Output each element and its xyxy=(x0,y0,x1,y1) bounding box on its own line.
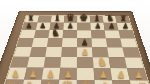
square-d1[interactable]: ♛ xyxy=(58,80,77,84)
square-c3[interactable] xyxy=(44,57,62,68)
square-b5[interactable] xyxy=(32,38,48,47)
square-a2[interactable]: ♟ xyxy=(7,68,27,80)
square-c1[interactable]: ♝ xyxy=(40,80,60,84)
square-d4[interactable] xyxy=(61,47,77,57)
white-king: ♚ xyxy=(77,80,96,84)
black-pawn: ♟ xyxy=(63,23,77,30)
white-pawn: ♟ xyxy=(130,71,148,81)
square-b3[interactable] xyxy=(27,57,45,68)
square-g2[interactable]: ♟ xyxy=(110,68,129,80)
square-e4[interactable]: ♟ xyxy=(77,47,93,57)
square-h1[interactable]: ♜ xyxy=(130,81,150,84)
square-c4[interactable] xyxy=(45,47,62,57)
square-b4[interactable] xyxy=(29,47,46,57)
square-d3[interactable] xyxy=(60,57,77,68)
chess-board: ♜♝♛♚♝♞♜♟♟♟♟♟♟♟♞♟♟♞♟♟♟♟♟♟♟♜♞♝♛♚♝♜ xyxy=(1,15,150,84)
white-pawn: ♟ xyxy=(7,70,25,79)
square-f2[interactable]: ♟ xyxy=(94,68,113,80)
square-d5[interactable] xyxy=(62,38,77,47)
square-h5[interactable] xyxy=(120,39,137,48)
black-bishop: ♝ xyxy=(51,14,64,23)
square-e3[interactable] xyxy=(77,57,94,68)
white-pawn: ♟ xyxy=(112,71,130,81)
white-pawn: ♟ xyxy=(77,49,93,58)
square-d2[interactable]: ♟ xyxy=(59,68,77,80)
white-rook: ♜ xyxy=(2,82,21,84)
white-pawn: ♟ xyxy=(59,71,77,80)
square-f1[interactable]: ♝ xyxy=(94,80,114,84)
black-king: ♚ xyxy=(77,13,90,23)
square-c5[interactable] xyxy=(47,38,63,47)
square-e1[interactable]: ♚ xyxy=(77,80,96,84)
white-knight: ♞ xyxy=(21,81,40,84)
square-e5[interactable]: ♟ xyxy=(77,39,92,48)
square-a5[interactable] xyxy=(17,38,34,47)
white-pawn: ♟ xyxy=(24,70,42,79)
square-c6[interactable]: ♞ xyxy=(48,30,63,38)
perspective-wrapper: ♜♝♛♚♝♞♜♟♟♟♟♟♟♟♞♟♟♞♟♟♟♟♟♟♟♜♞♝♛♚♝♜ xyxy=(0,11,150,84)
black-queen: ♛ xyxy=(64,13,77,23)
square-f3[interactable]: ♞ xyxy=(93,57,110,68)
square-e2[interactable] xyxy=(77,68,95,80)
square-f5[interactable] xyxy=(91,39,107,48)
white-knight: ♞ xyxy=(94,57,111,68)
square-h4[interactable] xyxy=(122,48,140,58)
square-h3[interactable] xyxy=(125,58,144,69)
square-c2[interactable]: ♟ xyxy=(42,68,61,80)
white-pawn: ♟ xyxy=(42,71,60,80)
square-b2[interactable]: ♟ xyxy=(24,68,43,80)
white-bishop: ♝ xyxy=(40,81,59,84)
white-pawn: ♟ xyxy=(94,71,112,81)
square-f4[interactable] xyxy=(92,48,109,58)
board-frame: ♜♝♛♚♝♞♜♟♟♟♟♟♟♟♞♟♟♞♟♟♟♟♟♟♟♜♞♝♛♚♝♜ xyxy=(0,11,150,84)
black-knight: ♞ xyxy=(48,29,62,39)
white-rook: ♜ xyxy=(133,83,150,84)
square-a1[interactable]: ♜ xyxy=(2,80,24,84)
white-queen: ♛ xyxy=(58,80,77,84)
square-b1[interactable]: ♞ xyxy=(21,80,42,84)
square-h2[interactable]: ♟ xyxy=(127,68,147,80)
board-photo: ♜♝♛♚♝♞♜♟♟♟♟♟♟♟♞♟♟♞♟♟♟♟♟♟♟♜♞♝♛♚♝♜ xyxy=(0,0,150,84)
